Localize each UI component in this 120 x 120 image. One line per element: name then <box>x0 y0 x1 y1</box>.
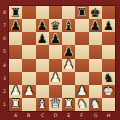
square-b6[interactable] <box>22 32 35 45</box>
chess-diagram-frame: 87654321 ♜♜♚♟♟♛♝♟♟♟♟♟♟♟♞♟♟♟♚♜♝♛♜♞♞ ABCDE… <box>0 0 120 120</box>
black-rook-piece: ♜ <box>10 6 21 18</box>
square-b4[interactable] <box>22 59 35 72</box>
white-bishop-piece: ♝ <box>37 98 48 110</box>
square-d2[interactable] <box>49 85 62 98</box>
white-pawn-piece: ♟ <box>50 72 61 84</box>
square-d3[interactable]: ♟ <box>49 72 62 85</box>
chess-board: ♜♜♚♟♟♛♝♟♟♟♟♟♟♟♞♟♟♟♚♜♝♛♜♞♞ <box>9 6 115 111</box>
file-label-f: F <box>77 112 87 119</box>
square-f4[interactable] <box>75 59 88 72</box>
square-h2[interactable]: ♚ <box>102 85 115 98</box>
square-h3[interactable]: ♞ <box>102 72 115 85</box>
file-label-b: B <box>24 112 34 119</box>
square-f8[interactable]: ♜ <box>75 6 88 19</box>
black-pawn-piece: ♟ <box>63 45 74 57</box>
square-h5[interactable] <box>102 45 115 58</box>
rank-label-4: 4 <box>1 60 8 70</box>
square-h1[interactable] <box>102 98 115 111</box>
square-c6[interactable]: ♟ <box>36 32 49 45</box>
square-b3[interactable] <box>22 72 35 85</box>
square-d1[interactable]: ♛ <box>49 98 62 111</box>
rank-labels: 87654321 <box>0 6 9 111</box>
square-f1[interactable]: ♞ <box>75 98 88 111</box>
square-f5[interactable] <box>75 45 88 58</box>
black-pawn-piece: ♟ <box>103 19 114 31</box>
rank-label-8: 8 <box>1 7 8 17</box>
square-e2[interactable] <box>62 85 75 98</box>
square-f7[interactable] <box>75 19 88 32</box>
square-d5[interactable] <box>49 45 62 58</box>
white-pawn-piece: ♟ <box>23 85 34 97</box>
white-pawn-piece: ♟ <box>10 85 21 97</box>
white-knight-piece: ♞ <box>76 98 87 110</box>
square-c8[interactable] <box>36 6 49 19</box>
square-a4[interactable] <box>9 59 22 72</box>
square-g6[interactable] <box>89 32 102 45</box>
square-b2[interactable]: ♟ <box>22 85 35 98</box>
square-g3[interactable] <box>89 72 102 85</box>
square-h6[interactable] <box>102 32 115 45</box>
white-pawn-piece: ♟ <box>63 59 74 71</box>
square-a8[interactable]: ♜ <box>9 6 22 19</box>
rank-label-2: 2 <box>1 86 8 96</box>
square-f6[interactable] <box>75 32 88 45</box>
square-h8[interactable] <box>102 6 115 19</box>
black-knight-piece: ♞ <box>103 72 114 84</box>
white-rook-piece: ♜ <box>10 98 21 110</box>
square-c7[interactable]: ♟ <box>36 19 49 32</box>
square-b8[interactable] <box>22 6 35 19</box>
square-c2[interactable] <box>36 85 49 98</box>
file-label-c: C <box>37 112 47 119</box>
black-pawn-piece: ♟ <box>37 32 48 44</box>
square-g5[interactable] <box>89 45 102 58</box>
file-label-d: D <box>50 112 60 119</box>
square-g1[interactable]: ♞ <box>89 98 102 111</box>
square-g7[interactable]: ♟ <box>89 19 102 32</box>
square-f3[interactable] <box>75 72 88 85</box>
square-e3[interactable] <box>62 72 75 85</box>
rank-label-5: 5 <box>1 47 8 57</box>
black-bishop-piece: ♝ <box>63 19 74 31</box>
square-a6[interactable] <box>9 32 22 45</box>
square-b5[interactable] <box>22 45 35 58</box>
white-king-piece: ♚ <box>103 85 114 97</box>
square-d8[interactable] <box>49 6 62 19</box>
square-e4[interactable]: ♟ <box>62 59 75 72</box>
white-rook-piece: ♜ <box>63 98 74 110</box>
square-f2[interactable]: ♟ <box>75 85 88 98</box>
square-d7[interactable]: ♛ <box>49 19 62 32</box>
square-e5[interactable]: ♟ <box>62 45 75 58</box>
square-c5[interactable] <box>36 45 49 58</box>
black-king-piece: ♚ <box>90 6 101 18</box>
square-a7[interactable]: ♟ <box>9 19 22 32</box>
file-label-h: H <box>103 112 113 119</box>
black-rook-piece: ♜ <box>76 6 87 18</box>
square-a2[interactable]: ♟ <box>9 85 22 98</box>
white-pawn-piece: ♟ <box>76 85 87 97</box>
rank-label-6: 6 <box>1 34 8 44</box>
black-pawn-piece: ♟ <box>90 19 101 31</box>
black-pawn-piece: ♟ <box>10 19 21 31</box>
square-g4[interactable] <box>89 59 102 72</box>
black-pawn-piece: ♟ <box>37 19 48 31</box>
square-e7[interactable]: ♝ <box>62 19 75 32</box>
square-e6[interactable] <box>62 32 75 45</box>
square-c4[interactable] <box>36 59 49 72</box>
file-label-e: E <box>63 112 73 119</box>
square-c3[interactable] <box>36 72 49 85</box>
rank-label-3: 3 <box>1 73 8 83</box>
square-b1[interactable] <box>22 98 35 111</box>
square-a3[interactable] <box>9 72 22 85</box>
rank-label-7: 7 <box>1 21 8 31</box>
square-e8[interactable] <box>62 6 75 19</box>
square-b7[interactable] <box>22 19 35 32</box>
square-d6[interactable]: ♟ <box>49 32 62 45</box>
file-label-a: A <box>10 112 20 119</box>
black-pawn-piece: ♟ <box>50 32 61 44</box>
file-labels: ABCDEFGH <box>9 111 115 120</box>
square-g2[interactable] <box>89 85 102 98</box>
square-a1[interactable]: ♜ <box>9 98 22 111</box>
black-queen-piece: ♛ <box>50 19 61 31</box>
square-d4[interactable] <box>49 59 62 72</box>
square-c1[interactable]: ♝ <box>36 98 49 111</box>
white-queen-piece: ♛ <box>50 98 61 110</box>
white-knight-piece: ♞ <box>90 98 101 110</box>
rank-label-1: 1 <box>1 99 8 109</box>
square-e1[interactable]: ♜ <box>62 98 75 111</box>
square-g8[interactable]: ♚ <box>89 6 102 19</box>
square-h4[interactable] <box>102 59 115 72</box>
square-a5[interactable] <box>9 45 22 58</box>
square-h7[interactable]: ♟ <box>102 19 115 32</box>
file-label-g: G <box>90 112 100 119</box>
